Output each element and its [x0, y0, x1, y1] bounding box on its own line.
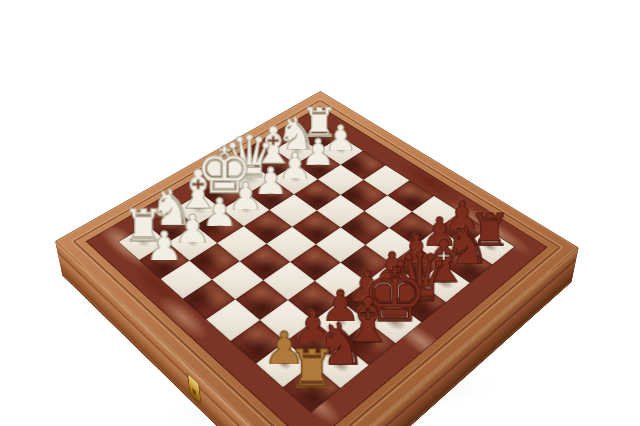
piece-red-rook[interactable]: ♜ [258, 276, 366, 391]
chess-box: ♜♟♞♟♝♟♛♟♚♟♝♟♟♞♜♟♟♜♞♟♟♝♟♛♟♚♟♝♟♞♟♜ [62, 123, 571, 426]
pieces-layer: ♜♟♞♟♝♟♛♟♚♟♝♟♟♞♜♟♟♜♞♟♟♝♟♛♟♚♟♝♟♞♟♜ [55, 91, 578, 426]
scene: ♜♟♞♟♝♟♛♟♚♟♝♟♟♞♜♟♟♜♞♟♟♝♟♛♟♚♟♝♟♞♟♜ [0, 0, 640, 426]
case-lid-top: ♜♟♞♟♝♟♛♟♚♟♝♟♟♞♜♟♟♜♞♟♟♝♟♛♟♚♟♝♟♞♟♜ [55, 91, 578, 426]
piece-white-pawn[interactable]: ♟ [117, 163, 211, 264]
photo-background: { "game": "chess", "position": "rnbqkbnr… [0, 0, 640, 426]
